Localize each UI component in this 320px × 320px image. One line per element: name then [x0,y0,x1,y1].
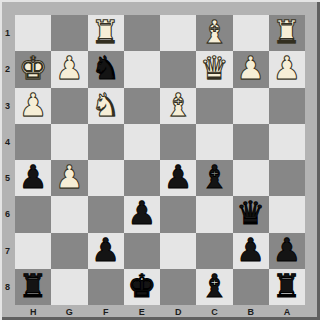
square-g3[interactable] [51,88,87,124]
piece-white-king: ♚ [19,52,48,84]
square-d8[interactable] [160,269,196,305]
rank-label-8: 8 [0,269,15,305]
square-f7[interactable]: ♟ [88,233,124,269]
square-c7[interactable] [196,233,232,269]
square-e1[interactable] [124,15,160,51]
square-a2[interactable]: ♟ [269,51,305,87]
piece-white-knight: ♞ [91,89,120,121]
piece-white-bishop: ♝ [200,16,229,48]
square-f1[interactable]: ♜ [88,15,124,51]
square-h4[interactable] [15,124,51,160]
square-d7[interactable] [160,233,196,269]
file-label-a: A [269,305,305,318]
rank-label-6: 6 [0,196,15,232]
square-g4[interactable] [51,124,87,160]
square-f2[interactable]: ♞ [88,51,124,87]
square-f4[interactable] [88,124,124,160]
square-c5[interactable]: ♝ [196,160,232,196]
piece-white-pawn: ♟ [55,52,84,84]
square-e7[interactable] [124,233,160,269]
piece-white-queen: ♛ [200,52,229,84]
rank-label-1: 1 [0,15,15,51]
piece-black-pawn: ♟ [91,234,120,266]
file-label-h: H [15,305,51,318]
piece-black-pawn: ♟ [19,161,48,193]
square-c3[interactable] [196,88,232,124]
square-f8[interactable] [88,269,124,305]
file-label-f: F [88,305,124,318]
piece-black-pawn: ♟ [128,197,157,229]
square-e3[interactable] [124,88,160,124]
chess-board-panel: ♜♝♜♚♟♞♛♟♟♟♞♝♟♟♟♝♟♛♟♟♟♜♚♝♜ 12345678 HGFED… [0,0,320,320]
piece-black-rook: ♜ [273,270,302,302]
file-label-g: G [51,305,87,318]
piece-black-rook: ♜ [19,270,48,302]
square-c8[interactable]: ♝ [196,269,232,305]
file-label-c: C [196,305,232,318]
file-label-d: D [160,305,196,318]
square-g7[interactable] [51,233,87,269]
square-a6[interactable] [269,196,305,232]
square-a8[interactable]: ♜ [269,269,305,305]
square-b5[interactable] [233,160,269,196]
file-label-b: B [233,305,269,318]
square-d4[interactable] [160,124,196,160]
square-f3[interactable]: ♞ [88,88,124,124]
file-label-e: E [124,305,160,318]
square-a3[interactable] [269,88,305,124]
square-c2[interactable]: ♛ [196,51,232,87]
square-h8[interactable]: ♜ [15,269,51,305]
piece-black-bishop: ♝ [200,270,229,302]
square-g8[interactable] [51,269,87,305]
piece-black-queen: ♛ [236,197,265,229]
rank-label-4: 4 [0,124,15,160]
piece-black-pawn: ♟ [273,234,302,266]
square-d5[interactable]: ♟ [160,160,196,196]
square-g2[interactable]: ♟ [51,51,87,87]
square-h7[interactable] [15,233,51,269]
square-a1[interactable]: ♜ [269,15,305,51]
square-g1[interactable] [51,15,87,51]
square-d2[interactable] [160,51,196,87]
square-e5[interactable] [124,160,160,196]
square-e6[interactable]: ♟ [124,196,160,232]
rank-label-2: 2 [0,51,15,87]
square-f6[interactable] [88,196,124,232]
square-h2[interactable]: ♚ [15,51,51,87]
square-h5[interactable]: ♟ [15,160,51,196]
square-c6[interactable] [196,196,232,232]
square-h1[interactable] [15,15,51,51]
piece-black-pawn: ♟ [164,161,193,193]
square-h3[interactable]: ♟ [15,88,51,124]
rank-label-5: 5 [0,160,15,196]
piece-white-pawn: ♟ [236,52,265,84]
square-d3[interactable]: ♝ [160,88,196,124]
square-b4[interactable] [233,124,269,160]
square-f5[interactable] [88,160,124,196]
square-e4[interactable] [124,124,160,160]
square-b8[interactable] [233,269,269,305]
rank-labels: 12345678 [0,15,15,305]
rank-label-7: 7 [0,233,15,269]
square-d6[interactable] [160,196,196,232]
square-b2[interactable]: ♟ [233,51,269,87]
piece-white-bishop: ♝ [164,89,193,121]
square-e8[interactable]: ♚ [124,269,160,305]
square-c4[interactable] [196,124,232,160]
square-b1[interactable] [233,15,269,51]
piece-black-knight: ♞ [91,52,120,84]
square-e2[interactable] [124,51,160,87]
square-d1[interactable] [160,15,196,51]
file-labels: HGFEDCBA [15,305,305,318]
piece-white-pawn: ♟ [19,89,48,121]
piece-black-bishop: ♝ [200,161,229,193]
square-b6[interactable]: ♛ [233,196,269,232]
square-b3[interactable] [233,88,269,124]
piece-white-pawn: ♟ [273,52,302,84]
rank-label-3: 3 [0,88,15,124]
piece-black-pawn: ♟ [236,234,265,266]
piece-black-king: ♚ [128,270,157,302]
square-c1[interactable]: ♝ [196,15,232,51]
square-g5[interactable]: ♟ [51,160,87,196]
square-g6[interactable] [51,196,87,232]
square-b7[interactable]: ♟ [233,233,269,269]
piece-white-rook: ♜ [273,16,302,48]
square-h6[interactable] [15,196,51,232]
square-a4[interactable] [269,124,305,160]
piece-white-rook: ♜ [91,16,120,48]
square-a7[interactable]: ♟ [269,233,305,269]
square-a5[interactable] [269,160,305,196]
chess-board: ♜♝♜♚♟♞♛♟♟♟♞♝♟♟♟♝♟♛♟♟♟♜♚♝♜ [15,15,305,305]
piece-white-pawn: ♟ [55,161,84,193]
